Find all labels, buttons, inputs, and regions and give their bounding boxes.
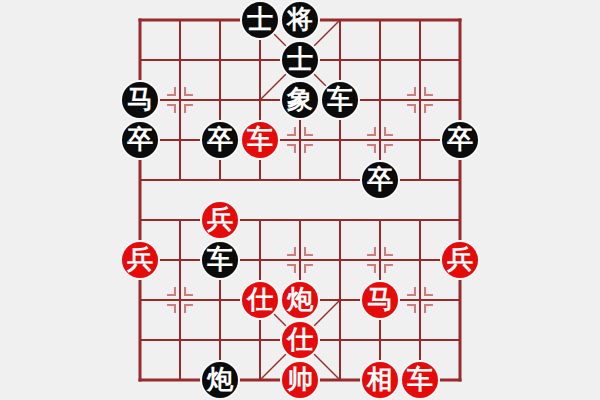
piece-red-cannon[interactable]: 炮 (280, 280, 320, 320)
piece-black-advisor[interactable]: 士 (280, 40, 320, 80)
xiangqi-game-view: 士将士马象车卒卒车卒卒兵兵车兵仕炮马仕炮帅相车 (0, 0, 600, 400)
piece-red-pawn[interactable]: 兵 (120, 240, 160, 280)
piece-red-advisor[interactable]: 仕 (240, 280, 280, 320)
piece-black-chariot[interactable]: 车 (320, 80, 360, 120)
piece-black-pawn[interactable]: 卒 (440, 120, 480, 160)
piece-black-cannon[interactable]: 炮 (200, 360, 240, 400)
piece-red-pawn[interactable]: 兵 (200, 200, 240, 240)
piece-red-chariot[interactable]: 车 (400, 360, 440, 400)
piece-red-elephant[interactable]: 相 (360, 360, 400, 400)
piece-red-chariot[interactable]: 车 (240, 120, 280, 160)
piece-black-pawn[interactable]: 卒 (120, 120, 160, 160)
piece-red-horse[interactable]: 马 (360, 280, 400, 320)
piece-red-pawn[interactable]: 兵 (440, 240, 480, 280)
piece-black-advisor[interactable]: 士 (240, 0, 280, 40)
piece-red-king[interactable]: 帅 (280, 360, 320, 400)
piece-red-advisor[interactable]: 仕 (280, 320, 320, 360)
piece-black-pawn[interactable]: 卒 (360, 160, 400, 200)
piece-black-horse[interactable]: 马 (120, 80, 160, 120)
piece-black-pawn[interactable]: 卒 (200, 120, 240, 160)
piece-black-chariot[interactable]: 车 (200, 240, 240, 280)
piece-black-king[interactable]: 将 (280, 0, 320, 40)
piece-black-elephant[interactable]: 象 (280, 80, 320, 120)
